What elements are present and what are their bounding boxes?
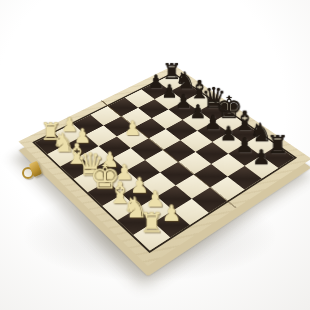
piece-black-pawn-h7[interactable]: ♟: [246, 146, 277, 167]
brass-clasp: [22, 160, 44, 184]
piece-white-pawn-c4[interactable]: ♟: [118, 118, 147, 138]
square-h1[interactable]: ♜: [133, 223, 170, 251]
product-photo-scene: ♜♞♝♛♚♝♞♜♟♟♟♟♟♟♟♟♟♟♟♟♟♟♟♟♜♞♝♛♚♝♞♜: [0, 0, 310, 310]
square-h7[interactable]: ♟: [245, 156, 279, 179]
square-h6[interactable]: [228, 166, 262, 190]
piece-white-rook-h1[interactable]: ♜: [135, 209, 169, 236]
